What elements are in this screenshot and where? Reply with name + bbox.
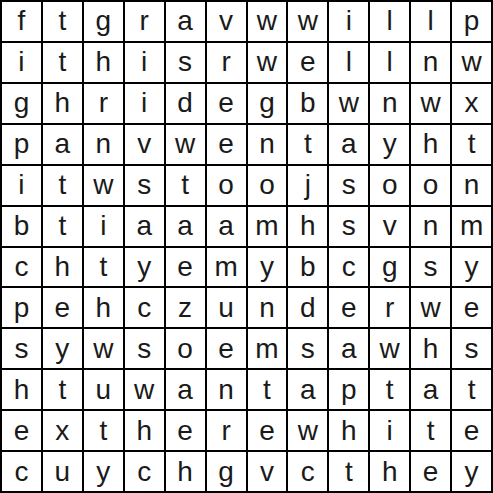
grid-cell[interactable]: b (288, 248, 327, 287)
grid-cell[interactable]: h (43, 84, 82, 123)
grid-cell[interactable]: n (84, 125, 123, 164)
grid-cell[interactable]: s (2, 329, 41, 368)
grid-cell[interactable]: g (248, 84, 287, 123)
grid-cell[interactable]: r (207, 43, 246, 82)
grid-cell[interactable]: h (288, 207, 327, 246)
grid-cell[interactable]: i (2, 166, 41, 205)
grid-cell[interactable]: o (166, 329, 205, 368)
grid-cell[interactable]: e (43, 288, 82, 327)
grid-cell[interactable]: b (2, 207, 41, 246)
grid-cell[interactable]: u (43, 452, 82, 491)
grid-cell[interactable]: p (329, 370, 368, 409)
grid-cell[interactable]: e (452, 411, 491, 450)
grid-cell[interactable]: r (84, 84, 123, 123)
grid-cell[interactable]: u (207, 288, 246, 327)
grid-cell[interactable]: e (207, 125, 246, 164)
grid-cell[interactable]: y (370, 125, 409, 164)
grid-cell[interactable]: s (125, 329, 164, 368)
grid-cell[interactable]: s (411, 248, 450, 287)
grid-cell[interactable]: h (2, 370, 41, 409)
grid-cell[interactable]: n (248, 288, 287, 327)
grid-cell[interactable]: m (452, 207, 491, 246)
grid-cell[interactable]: t (84, 411, 123, 450)
grid-cell[interactable]: d (288, 288, 327, 327)
grid-cell[interactable]: d (166, 84, 205, 123)
grid-cell[interactable]: t (452, 370, 491, 409)
grid-cell[interactable]: l (370, 2, 409, 41)
grid-cell[interactable]: n (370, 84, 409, 123)
grid-cell[interactable]: h (84, 288, 123, 327)
grid-cell[interactable]: e (248, 411, 287, 450)
grid-cell[interactable]: w (411, 84, 450, 123)
grid-cell[interactable]: h (411, 125, 450, 164)
grid-cell[interactable]: e (166, 411, 205, 450)
grid-cell[interactable]: j (288, 166, 327, 205)
grid-cell[interactable]: e (452, 288, 491, 327)
grid-cell[interactable]: i (84, 207, 123, 246)
grid-cell[interactable]: e (288, 43, 327, 82)
grid-cell[interactable]: t (288, 125, 327, 164)
grid-cell[interactable]: c (125, 452, 164, 491)
grid-cell[interactable]: z (166, 288, 205, 327)
grid-cell[interactable]: a (166, 370, 205, 409)
grid-cell[interactable]: r (207, 411, 246, 450)
grid-cell[interactable]: v (370, 207, 409, 246)
grid-cell[interactable]: t (248, 370, 287, 409)
grid-cell[interactable]: i (2, 43, 41, 82)
grid-cell[interactable]: s (452, 329, 491, 368)
grid-cell[interactable]: g (84, 2, 123, 41)
grid-cell[interactable]: f (2, 2, 41, 41)
grid-cell[interactable]: h (370, 452, 409, 491)
grid-cell[interactable]: i (329, 2, 368, 41)
grid-cell[interactable]: e (207, 84, 246, 123)
grid-cell[interactable]: s (329, 207, 368, 246)
grid-cell[interactable]: t (43, 43, 82, 82)
word-search-grid: ftgravwwillpithisrwellnwghridegbwnwxpanv… (0, 0, 493, 493)
grid-cell[interactable]: e (166, 248, 205, 287)
grid-cell[interactable]: a (166, 2, 205, 41)
grid-cell[interactable]: t (452, 125, 491, 164)
grid-cell[interactable]: w (370, 329, 409, 368)
grid-cell[interactable]: a (329, 329, 368, 368)
grid-cell[interactable]: h (411, 329, 450, 368)
grid-cell[interactable]: n (411, 43, 450, 82)
grid-cell[interactable]: h (84, 43, 123, 82)
grid-cell[interactable]: w (411, 288, 450, 327)
grid-cell[interactable]: t (43, 370, 82, 409)
grid-cell[interactable]: y (84, 452, 123, 491)
grid-cell[interactable]: e (411, 452, 450, 491)
grid-cell[interactable]: h (166, 452, 205, 491)
grid-cell[interactable]: m (207, 248, 246, 287)
grid-cell[interactable]: s (125, 166, 164, 205)
grid-cell[interactable]: x (43, 411, 82, 450)
grid-cell[interactable]: r (125, 2, 164, 41)
grid-cell[interactable]: n (411, 207, 450, 246)
grid-cell[interactable]: m (248, 207, 287, 246)
grid-cell[interactable]: v (248, 452, 287, 491)
grid-cell[interactable]: a (166, 207, 205, 246)
grid-cell[interactable]: o (411, 166, 450, 205)
grid-cell[interactable]: o (248, 166, 287, 205)
grid-cell[interactable]: t (43, 207, 82, 246)
grid-cell[interactable]: n (207, 370, 246, 409)
grid-cell[interactable]: w (84, 329, 123, 368)
grid-cell[interactable]: c (2, 248, 41, 287)
grid-cell[interactable]: p (452, 2, 491, 41)
grid-cell[interactable]: t (43, 166, 82, 205)
grid-cell[interactable]: e (2, 411, 41, 450)
grid-cell[interactable]: a (329, 125, 368, 164)
grid-cell[interactable]: a (207, 207, 246, 246)
grid-cell[interactable]: m (248, 329, 287, 368)
grid-cell[interactable]: t (411, 411, 450, 450)
grid-cell[interactable]: h (43, 248, 82, 287)
grid-cell[interactable]: o (207, 166, 246, 205)
grid-cell[interactable]: a (125, 207, 164, 246)
grid-cell[interactable]: w (125, 370, 164, 409)
grid-cell[interactable]: i (370, 411, 409, 450)
grid-cell[interactable]: h (329, 411, 368, 450)
grid-cell[interactable]: n (248, 125, 287, 164)
grid-cell[interactable]: w (248, 2, 287, 41)
grid-cell[interactable]: s (288, 329, 327, 368)
grid-cell[interactable]: r (370, 288, 409, 327)
grid-cell[interactable]: y (248, 248, 287, 287)
grid-cell[interactable]: c (2, 452, 41, 491)
grid-cell[interactable]: g (207, 452, 246, 491)
grid-cell[interactable]: c (329, 248, 368, 287)
grid-cell[interactable]: e (207, 329, 246, 368)
grid-cell[interactable]: p (2, 288, 41, 327)
grid-cell[interactable]: x (452, 84, 491, 123)
grid-cell[interactable]: e (329, 288, 368, 327)
grid-cell[interactable]: v (125, 125, 164, 164)
grid-cell[interactable]: t (370, 370, 409, 409)
word-search-puzzle: ftgravwwillpithisrwellnwghridegbwnwxpanv… (0, 0, 493, 493)
grid-cell[interactable]: t (166, 166, 205, 205)
grid-cell[interactable]: y (43, 329, 82, 368)
grid-cell[interactable]: s (166, 43, 205, 82)
grid-cell[interactable]: t (329, 452, 368, 491)
grid-cell[interactable]: t (84, 248, 123, 287)
grid-cell[interactable]: w (452, 43, 491, 82)
grid-cell[interactable]: c (288, 452, 327, 491)
grid-cell[interactable]: l (329, 43, 368, 82)
grid-cell[interactable]: g (370, 248, 409, 287)
grid-cell[interactable]: y (452, 452, 491, 491)
grid-cell[interactable]: w (288, 2, 327, 41)
grid-cell[interactable]: y (452, 248, 491, 287)
grid-cell[interactable]: s (329, 166, 368, 205)
grid-cell[interactable]: t (43, 2, 82, 41)
grid-cell[interactable]: a (411, 370, 450, 409)
grid-cell[interactable]: w (288, 411, 327, 450)
grid-cell[interactable]: i (125, 84, 164, 123)
grid-cell[interactable]: l (370, 43, 409, 82)
grid-cell[interactable]: w (329, 84, 368, 123)
grid-cell[interactable]: u (84, 370, 123, 409)
grid-cell[interactable]: p (2, 125, 41, 164)
grid-cell[interactable]: h (125, 411, 164, 450)
grid-cell[interactable]: o (370, 166, 409, 205)
grid-cell[interactable]: w (166, 125, 205, 164)
grid-cell[interactable]: y (125, 248, 164, 287)
grid-cell[interactable]: g (2, 84, 41, 123)
grid-cell[interactable]: c (125, 288, 164, 327)
grid-cell[interactable]: i (125, 43, 164, 82)
grid-cell[interactable]: w (84, 166, 123, 205)
grid-cell[interactable]: b (288, 84, 327, 123)
grid-cell[interactable]: n (452, 166, 491, 205)
grid-cell[interactable]: a (288, 370, 327, 409)
grid-cell[interactable]: l (411, 2, 450, 41)
grid-cell[interactable]: v (207, 2, 246, 41)
grid-cell[interactable]: w (248, 43, 287, 82)
grid-cell[interactable]: a (43, 125, 82, 164)
